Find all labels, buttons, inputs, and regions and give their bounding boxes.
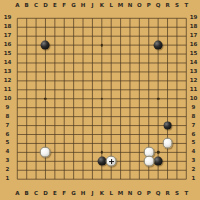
- col-label-bottom-K: K: [100, 191, 104, 197]
- row-label-left-9: 9: [6, 105, 10, 111]
- row-label-right-9: 9: [192, 105, 196, 111]
- col-label-bottom-A: A: [15, 191, 19, 197]
- row-label-left-13: 13: [4, 69, 12, 75]
- col-label-top-J: J: [91, 3, 93, 9]
- col-label-bottom-N: N: [128, 191, 133, 197]
- col-label-top-L: L: [109, 3, 113, 9]
- row-label-left-5: 5: [6, 141, 10, 147]
- row-label-left-10: 10: [4, 96, 12, 102]
- col-label-bottom-F: F: [62, 191, 66, 197]
- go-app-window: AABBCCDDEEFFGGHHJJKKLLMMNNOOPPQQRRSSTT19…: [0, 0, 200, 200]
- black-stone-Q3[interactable]: [154, 157, 163, 166]
- col-label-bottom-S: S: [175, 191, 179, 197]
- col-label-bottom-H: H: [81, 191, 86, 197]
- row-label-right-15: 15: [190, 51, 198, 57]
- col-label-bottom-D: D: [43, 191, 48, 197]
- row-label-right-18: 18: [190, 24, 198, 30]
- row-label-right-2: 2: [192, 168, 196, 174]
- row-label-right-10: 10: [190, 96, 198, 102]
- col-label-top-D: D: [43, 3, 48, 9]
- row-label-right-13: 13: [190, 69, 198, 75]
- row-label-left-3: 3: [6, 159, 10, 165]
- col-label-top-S: S: [175, 3, 179, 9]
- row-label-left-12: 12: [4, 78, 12, 84]
- col-label-bottom-P: P: [147, 191, 151, 197]
- col-label-top-O: O: [137, 3, 142, 9]
- row-label-left-4: 4: [6, 150, 10, 156]
- row-label-right-19: 19: [190, 16, 198, 22]
- row-label-left-11: 11: [4, 87, 12, 93]
- col-label-top-C: C: [34, 3, 38, 9]
- col-label-bottom-G: G: [71, 191, 76, 197]
- row-label-left-1: 1: [6, 176, 10, 182]
- col-label-bottom-J: J: [91, 191, 93, 197]
- row-label-right-7: 7: [192, 123, 196, 129]
- row-label-left-7: 7: [6, 123, 10, 129]
- black-stone-Q16[interactable]: [154, 41, 163, 50]
- row-label-left-14: 14: [4, 60, 12, 66]
- row-label-left-18: 18: [4, 24, 12, 30]
- col-label-bottom-Q: Q: [156, 191, 161, 197]
- black-stone-D16[interactable]: [41, 41, 50, 50]
- col-label-top-B: B: [25, 3, 29, 9]
- col-label-bottom-B: B: [25, 191, 29, 197]
- col-label-top-A: A: [15, 3, 19, 9]
- row-label-right-11: 11: [190, 87, 198, 93]
- col-label-bottom-M: M: [118, 191, 123, 197]
- row-label-right-16: 16: [190, 42, 198, 48]
- row-label-left-8: 8: [6, 114, 10, 120]
- col-label-top-P: P: [147, 3, 151, 9]
- col-label-top-M: M: [118, 3, 123, 9]
- row-label-left-2: 2: [6, 168, 10, 174]
- row-label-right-12: 12: [190, 78, 198, 84]
- white-stone-R5[interactable]: [162, 138, 173, 149]
- col-label-top-H: H: [81, 3, 86, 9]
- board-grid: [0, 0, 200, 200]
- col-label-bottom-O: O: [137, 191, 142, 197]
- col-label-bottom-E: E: [53, 191, 57, 197]
- row-label-right-1: 1: [192, 176, 196, 182]
- row-label-left-6: 6: [6, 132, 10, 138]
- col-label-top-G: G: [71, 3, 76, 9]
- col-label-top-F: F: [62, 3, 66, 9]
- white-stone-D4[interactable]: [40, 147, 51, 158]
- row-label-right-4: 4: [192, 150, 196, 156]
- col-label-top-N: N: [128, 3, 133, 9]
- row-label-left-17: 17: [4, 33, 12, 39]
- last-move-cross-icon: [109, 159, 114, 164]
- row-label-right-5: 5: [192, 141, 196, 147]
- col-label-top-E: E: [53, 3, 57, 9]
- white-stone-L3[interactable]: [106, 156, 117, 167]
- row-label-left-16: 16: [4, 42, 12, 48]
- black-stone-R7[interactable]: [163, 121, 172, 130]
- col-label-bottom-L: L: [109, 191, 113, 197]
- row-label-right-3: 3: [192, 159, 196, 165]
- row-label-right-8: 8: [192, 114, 196, 120]
- white-stone-P3[interactable]: [143, 156, 154, 167]
- col-label-bottom-R: R: [165, 191, 169, 197]
- row-label-left-15: 15: [4, 51, 12, 57]
- row-label-left-19: 19: [4, 16, 12, 22]
- go-board[interactable]: AABBCCDDEEFFGGHHJJKKLLMMNNOOPPQQRRSSTT19…: [0, 0, 200, 200]
- row-label-right-14: 14: [190, 60, 198, 66]
- col-label-top-R: R: [165, 3, 169, 9]
- row-label-right-6: 6: [192, 132, 196, 138]
- col-label-bottom-C: C: [34, 191, 38, 197]
- col-label-top-Q: Q: [156, 3, 161, 9]
- col-label-top-T: T: [184, 3, 188, 9]
- row-label-right-17: 17: [190, 33, 198, 39]
- col-label-bottom-T: T: [184, 191, 188, 197]
- col-label-top-K: K: [100, 3, 104, 9]
